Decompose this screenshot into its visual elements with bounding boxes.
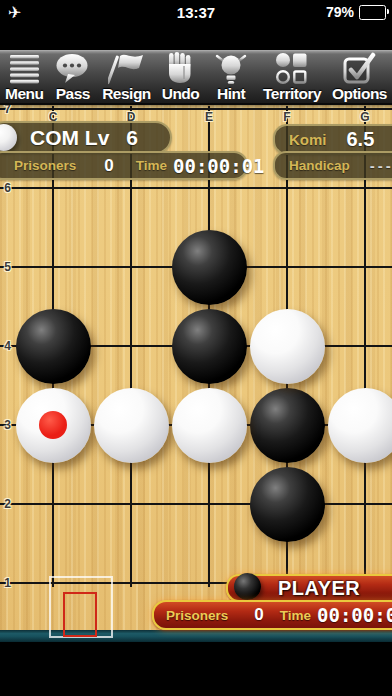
komi-label: Komi [289,131,327,148]
grid-line-row-2 [0,503,392,505]
territory-button[interactable]: Territory [263,50,321,103]
coord-letter-F: F [279,110,295,124]
status-bar: ✈ 13:37 79% [0,0,392,26]
player-prisoners-count: 0 [254,605,263,625]
go-board[interactable]: CDEFG1234567 [0,104,392,631]
player-time-label: Time [280,608,311,623]
options-button[interactable]: Options [332,50,387,103]
coord-number-5: 5 [1,260,14,274]
player-prisoners-label: Prisoners [166,608,228,623]
battery-percent: 79% [326,4,354,20]
white-stone-E3 [172,388,247,463]
grid-line-row-6 [0,187,392,189]
black-stone-E5 [172,230,247,305]
opponent-time-label: Time [136,158,167,173]
menu-icon [8,51,41,85]
coord-number-6: 6 [1,181,14,195]
territory-label: Territory [263,85,321,102]
undo-label: Undo [162,85,200,102]
opponent-name: COM Lv [30,126,109,150]
player-stats-panel: Prisoners 0 Time 00:00:08 [152,600,392,630]
white-stone-icon [0,124,17,151]
coord-number-1: 1 [1,576,14,590]
hint-button[interactable]: Hint [210,50,252,103]
hint-label: Hint [217,85,245,102]
coord-number-4: 4 [1,339,14,353]
white-stone-F4 [250,309,325,384]
komi-value: 6.5 [347,128,375,151]
board-minimap [49,576,113,638]
handicap-value: --- [370,157,392,174]
opponent-prisoners-label: Prisoners [14,158,76,173]
menu-button[interactable]: Menu [5,50,43,103]
opponent-clock: 00:00:01 [173,155,265,177]
white-stone-C3 [16,388,91,463]
opponent-prisoners-count: 0 [104,156,113,176]
flag-icon [108,51,146,85]
coord-letter-G: G [357,110,373,124]
black-stone-F2 [250,467,325,542]
battery-icon [359,5,386,20]
minimap-viewport[interactable] [63,592,97,637]
black-stone-icon [234,573,261,600]
resign-label: Resign [102,85,151,102]
resign-button[interactable]: Resign [102,50,151,103]
black-stone-E4 [172,309,247,384]
opponent-panel: COM Lv 6 [0,121,172,154]
handicap-label: Handicap [289,158,350,173]
black-stone-C4 [16,309,91,384]
lightbulb-icon [210,51,252,85]
app-screen: ✈ 13:37 79% Menu Pass [0,0,392,696]
white-stone-G3 [328,388,392,463]
coord-number-2: 2 [1,497,14,511]
hand-icon [164,51,196,85]
player-clock: 00:00:08 [317,604,392,626]
undo-button[interactable]: Undo [162,50,200,103]
opponent-level: 6 [126,126,138,150]
white-stone-D3 [94,388,169,463]
black-stone-F3 [250,388,325,463]
coord-number-3: 3 [1,418,14,432]
bottom-letterbox [0,642,392,696]
coord-letter-E: E [201,110,217,124]
pass-label: Pass [56,85,90,102]
territory-shapes-icon [275,51,309,85]
toolbar: Menu Pass Resign [0,50,392,105]
menu-label: Menu [5,85,43,102]
checkbox-icon [342,51,376,85]
handicap-panel: Handicap --- [273,151,392,180]
speech-bubble-icon [54,51,91,85]
last-move-marker [39,411,67,439]
opponent-stats-panel: Prisoners 0 Time 00:00:01 [0,151,248,180]
player-name: PLAYER [278,577,360,600]
pass-button[interactable]: Pass [54,50,91,103]
options-label: Options [332,85,387,102]
player-panel: PLAYER [226,574,392,602]
